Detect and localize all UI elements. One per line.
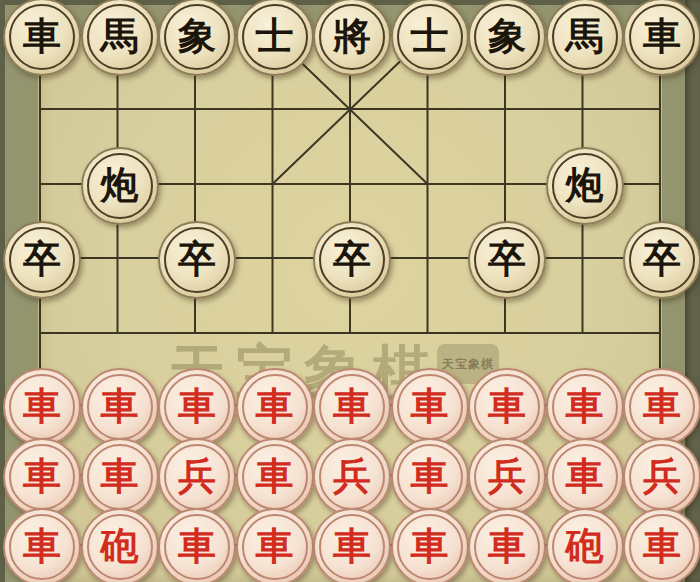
piece-character: 士: [256, 17, 294, 55]
piece-character: 馬: [566, 17, 604, 55]
piece-red-chariot[interactable]: 車: [391, 438, 469, 516]
piece-red-chariot[interactable]: 車: [313, 508, 391, 582]
piece-character: 炮: [566, 166, 604, 204]
piece-red-chariot[interactable]: 車: [546, 438, 624, 516]
piece-red-chariot[interactable]: 車: [236, 368, 314, 446]
piece-red-chariot[interactable]: 車: [3, 368, 81, 446]
piece-character: 車: [643, 387, 681, 425]
piece-red-chariot[interactable]: 車: [546, 368, 624, 446]
piece-black-soldier[interactable]: 卒: [623, 221, 700, 299]
piece-red-chariot[interactable]: 車: [313, 368, 391, 446]
piece-black-advisor[interactable]: 士: [391, 0, 469, 76]
piece-red-soldier[interactable]: 兵: [158, 438, 236, 516]
piece-character: 車: [101, 387, 139, 425]
piece-character: 炮: [101, 166, 139, 204]
piece-character: 車: [333, 387, 371, 425]
piece-character: 車: [256, 527, 294, 565]
piece-character: 車: [256, 457, 294, 495]
piece-character: 卒: [333, 240, 371, 278]
piece-red-chariot[interactable]: 車: [3, 508, 81, 582]
piece-character: 卒: [488, 240, 526, 278]
piece-character: 兵: [178, 457, 216, 495]
piece-black-soldier[interactable]: 卒: [158, 221, 236, 299]
piece-black-cannon[interactable]: 炮: [81, 147, 159, 225]
piece-character: 車: [23, 527, 61, 565]
piece-black-soldier[interactable]: 卒: [313, 221, 391, 299]
piece-character: 卒: [178, 240, 216, 278]
piece-red-chariot[interactable]: 車: [391, 508, 469, 582]
piece-character: 象: [488, 17, 526, 55]
piece-character: 砲: [101, 527, 139, 565]
piece-character: 車: [333, 527, 371, 565]
piece-character: 車: [643, 527, 681, 565]
piece-character: 車: [256, 387, 294, 425]
piece-character: 兵: [333, 457, 371, 495]
piece-character: 馬: [101, 17, 139, 55]
piece-red-chariot[interactable]: 車: [3, 438, 81, 516]
piece-black-general[interactable]: 將: [313, 0, 391, 76]
piece-red-chariot[interactable]: 車: [623, 368, 700, 446]
piece-character: 車: [566, 387, 604, 425]
piece-character: 車: [23, 17, 61, 55]
piece-character: 車: [23, 387, 61, 425]
piece-character: 兵: [643, 457, 681, 495]
piece-character: 兵: [488, 457, 526, 495]
piece-character: 砲: [566, 527, 604, 565]
piece-red-cannon[interactable]: 砲: [81, 508, 159, 582]
piece-red-soldier[interactable]: 兵: [468, 438, 546, 516]
piece-black-elephant[interactable]: 象: [158, 0, 236, 76]
piece-black-chariot[interactable]: 車: [3, 0, 81, 76]
piece-red-chariot[interactable]: 車: [158, 508, 236, 582]
frame-left-edge: [0, 0, 5, 582]
piece-black-soldier[interactable]: 卒: [3, 221, 81, 299]
piece-red-chariot[interactable]: 車: [81, 368, 159, 446]
piece-black-chariot[interactable]: 車: [623, 0, 700, 76]
piece-black-cannon[interactable]: 炮: [546, 147, 624, 225]
piece-character: 士: [411, 17, 449, 55]
piece-character: 車: [411, 527, 449, 565]
piece-character: 車: [643, 17, 681, 55]
piece-red-soldier[interactable]: 兵: [313, 438, 391, 516]
piece-red-chariot[interactable]: 車: [391, 368, 469, 446]
piece-character: 車: [566, 457, 604, 495]
piece-red-cannon[interactable]: 砲: [546, 508, 624, 582]
piece-character: 車: [178, 387, 216, 425]
piece-character: 車: [411, 457, 449, 495]
piece-character: 車: [488, 387, 526, 425]
piece-black-horse[interactable]: 馬: [81, 0, 159, 76]
piece-character: 卒: [643, 240, 681, 278]
piece-character: 卒: [23, 240, 61, 278]
piece-character: 車: [411, 387, 449, 425]
piece-red-chariot[interactable]: 車: [623, 508, 700, 582]
piece-character: 將: [333, 17, 371, 55]
piece-black-elephant[interactable]: 象: [468, 0, 546, 76]
piece-character: 車: [101, 457, 139, 495]
piece-black-horse[interactable]: 馬: [546, 0, 624, 76]
piece-red-chariot[interactable]: 車: [158, 368, 236, 446]
piece-red-chariot[interactable]: 車: [236, 438, 314, 516]
piece-red-chariot[interactable]: 車: [236, 508, 314, 582]
piece-character: 車: [23, 457, 61, 495]
piece-character: 車: [488, 527, 526, 565]
piece-red-chariot[interactable]: 車: [468, 368, 546, 446]
piece-red-chariot[interactable]: 車: [468, 508, 546, 582]
piece-character: 車: [178, 527, 216, 565]
piece-red-chariot[interactable]: 車: [81, 438, 159, 516]
piece-black-soldier[interactable]: 卒: [468, 221, 546, 299]
piece-red-soldier[interactable]: 兵: [623, 438, 700, 516]
watermark-badge-text: 天宝象棋: [442, 356, 494, 373]
piece-character: 象: [178, 17, 216, 55]
piece-black-advisor[interactable]: 士: [236, 0, 314, 76]
xiangqi-board: 天宝象棋 天宝象棋 車馬象士將士象馬車炮炮卒卒卒卒卒車車車車車車車車車車車兵車兵…: [0, 0, 700, 582]
